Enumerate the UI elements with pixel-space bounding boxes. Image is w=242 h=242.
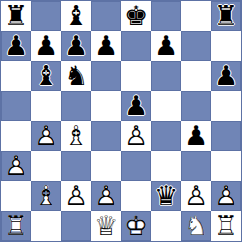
square-c2[interactable]: ♟♙ bbox=[61, 181, 91, 211]
white-king[interactable]: ♚♔ bbox=[121, 211, 151, 241]
square-d3[interactable] bbox=[91, 151, 121, 181]
square-c8[interactable]: ♝ bbox=[61, 1, 91, 31]
square-d5[interactable] bbox=[91, 91, 121, 121]
black-pawn[interactable]: ♟ bbox=[31, 31, 61, 61]
square-f2[interactable]: ♛ bbox=[151, 181, 181, 211]
square-h3[interactable] bbox=[211, 151, 241, 181]
black-pawn[interactable]: ♟ bbox=[121, 91, 151, 121]
square-h8[interactable]: ♜ bbox=[211, 1, 241, 31]
square-b8[interactable] bbox=[31, 1, 61, 31]
square-b6[interactable]: ♝ bbox=[31, 61, 61, 91]
square-c3[interactable] bbox=[61, 151, 91, 181]
square-c7[interactable]: ♟ bbox=[61, 31, 91, 61]
square-d6[interactable] bbox=[91, 61, 121, 91]
square-a5[interactable] bbox=[1, 91, 31, 121]
chess-board: ♜♝♚♜♟♟♟♟♟♝♞♟♟♟♙♝♗♟♙♟♟♙♝♗♟♙♟♙♛♟♙♟♙♜♖♛♕♚♔♞… bbox=[0, 0, 242, 242]
square-h4[interactable] bbox=[211, 121, 241, 151]
white-knight[interactable]: ♞♘ bbox=[181, 211, 211, 241]
square-g5[interactable] bbox=[181, 91, 211, 121]
black-bishop[interactable]: ♝ bbox=[31, 61, 61, 91]
square-g8[interactable] bbox=[181, 1, 211, 31]
square-a3[interactable]: ♟♙ bbox=[1, 151, 31, 181]
square-c5[interactable] bbox=[61, 91, 91, 121]
square-g6[interactable] bbox=[181, 61, 211, 91]
white-rook[interactable]: ♜♖ bbox=[211, 211, 241, 241]
square-b2[interactable]: ♝♗ bbox=[31, 181, 61, 211]
square-a2[interactable] bbox=[1, 181, 31, 211]
square-a4[interactable] bbox=[1, 121, 31, 151]
square-a7[interactable]: ♟ bbox=[1, 31, 31, 61]
square-b7[interactable]: ♟ bbox=[31, 31, 61, 61]
square-d2[interactable]: ♟♙ bbox=[91, 181, 121, 211]
square-c1[interactable] bbox=[61, 211, 91, 241]
black-pawn[interactable]: ♟ bbox=[61, 31, 91, 61]
black-pawn[interactable]: ♟ bbox=[91, 31, 121, 61]
white-pawn[interactable]: ♟♙ bbox=[121, 121, 151, 151]
square-f5[interactable] bbox=[151, 91, 181, 121]
white-pawn[interactable]: ♟♙ bbox=[91, 181, 121, 211]
white-rook[interactable]: ♜♖ bbox=[1, 211, 31, 241]
black-knight[interactable]: ♞ bbox=[61, 61, 91, 91]
white-pawn[interactable]: ♟♙ bbox=[61, 181, 91, 211]
square-g3[interactable] bbox=[181, 151, 211, 181]
black-pawn[interactable]: ♟ bbox=[211, 61, 241, 91]
square-f3[interactable] bbox=[151, 151, 181, 181]
square-b1[interactable] bbox=[31, 211, 61, 241]
black-king[interactable]: ♚ bbox=[121, 1, 151, 31]
square-d7[interactable]: ♟ bbox=[91, 31, 121, 61]
square-b4[interactable]: ♟♙ bbox=[31, 121, 61, 151]
square-e4[interactable]: ♟♙ bbox=[121, 121, 151, 151]
square-b5[interactable] bbox=[31, 91, 61, 121]
black-bishop[interactable]: ♝ bbox=[61, 1, 91, 31]
black-pawn[interactable]: ♟ bbox=[1, 31, 31, 61]
square-h5[interactable] bbox=[211, 91, 241, 121]
square-e5[interactable]: ♟ bbox=[121, 91, 151, 121]
black-queen[interactable]: ♛ bbox=[151, 181, 181, 211]
square-c6[interactable]: ♞ bbox=[61, 61, 91, 91]
square-f6[interactable] bbox=[151, 61, 181, 91]
square-h1[interactable]: ♜♖ bbox=[211, 211, 241, 241]
square-b3[interactable] bbox=[31, 151, 61, 181]
square-d8[interactable] bbox=[91, 1, 121, 31]
square-f8[interactable] bbox=[151, 1, 181, 31]
square-e2[interactable] bbox=[121, 181, 151, 211]
square-e6[interactable] bbox=[121, 61, 151, 91]
square-a8[interactable]: ♜ bbox=[1, 1, 31, 31]
white-pawn[interactable]: ♟♙ bbox=[181, 181, 211, 211]
white-bishop[interactable]: ♝♗ bbox=[61, 121, 91, 151]
white-pawn[interactable]: ♟♙ bbox=[31, 121, 61, 151]
black-rook[interactable]: ♜ bbox=[1, 1, 31, 31]
black-pawn[interactable]: ♟ bbox=[151, 31, 181, 61]
square-c4[interactable]: ♝♗ bbox=[61, 121, 91, 151]
square-f1[interactable] bbox=[151, 211, 181, 241]
square-g4[interactable]: ♟ bbox=[181, 121, 211, 151]
square-a6[interactable] bbox=[1, 61, 31, 91]
square-d4[interactable] bbox=[91, 121, 121, 151]
square-g7[interactable] bbox=[181, 31, 211, 61]
square-d1[interactable]: ♛♕ bbox=[91, 211, 121, 241]
square-g2[interactable]: ♟♙ bbox=[181, 181, 211, 211]
white-pawn[interactable]: ♟♙ bbox=[1, 151, 31, 181]
black-pawn[interactable]: ♟ bbox=[181, 121, 211, 151]
square-h2[interactable]: ♟♙ bbox=[211, 181, 241, 211]
white-queen[interactable]: ♛♕ bbox=[91, 211, 121, 241]
square-e3[interactable] bbox=[121, 151, 151, 181]
square-h7[interactable] bbox=[211, 31, 241, 61]
square-e7[interactable] bbox=[121, 31, 151, 61]
square-f4[interactable] bbox=[151, 121, 181, 151]
square-g1[interactable]: ♞♘ bbox=[181, 211, 211, 241]
square-a1[interactable]: ♜♖ bbox=[1, 211, 31, 241]
black-rook[interactable]: ♜ bbox=[211, 1, 241, 31]
square-f7[interactable]: ♟ bbox=[151, 31, 181, 61]
square-e1[interactable]: ♚♔ bbox=[121, 211, 151, 241]
white-bishop[interactable]: ♝♗ bbox=[31, 181, 61, 211]
square-e8[interactable]: ♚ bbox=[121, 1, 151, 31]
white-pawn[interactable]: ♟♙ bbox=[211, 181, 241, 211]
square-h6[interactable]: ♟ bbox=[211, 61, 241, 91]
